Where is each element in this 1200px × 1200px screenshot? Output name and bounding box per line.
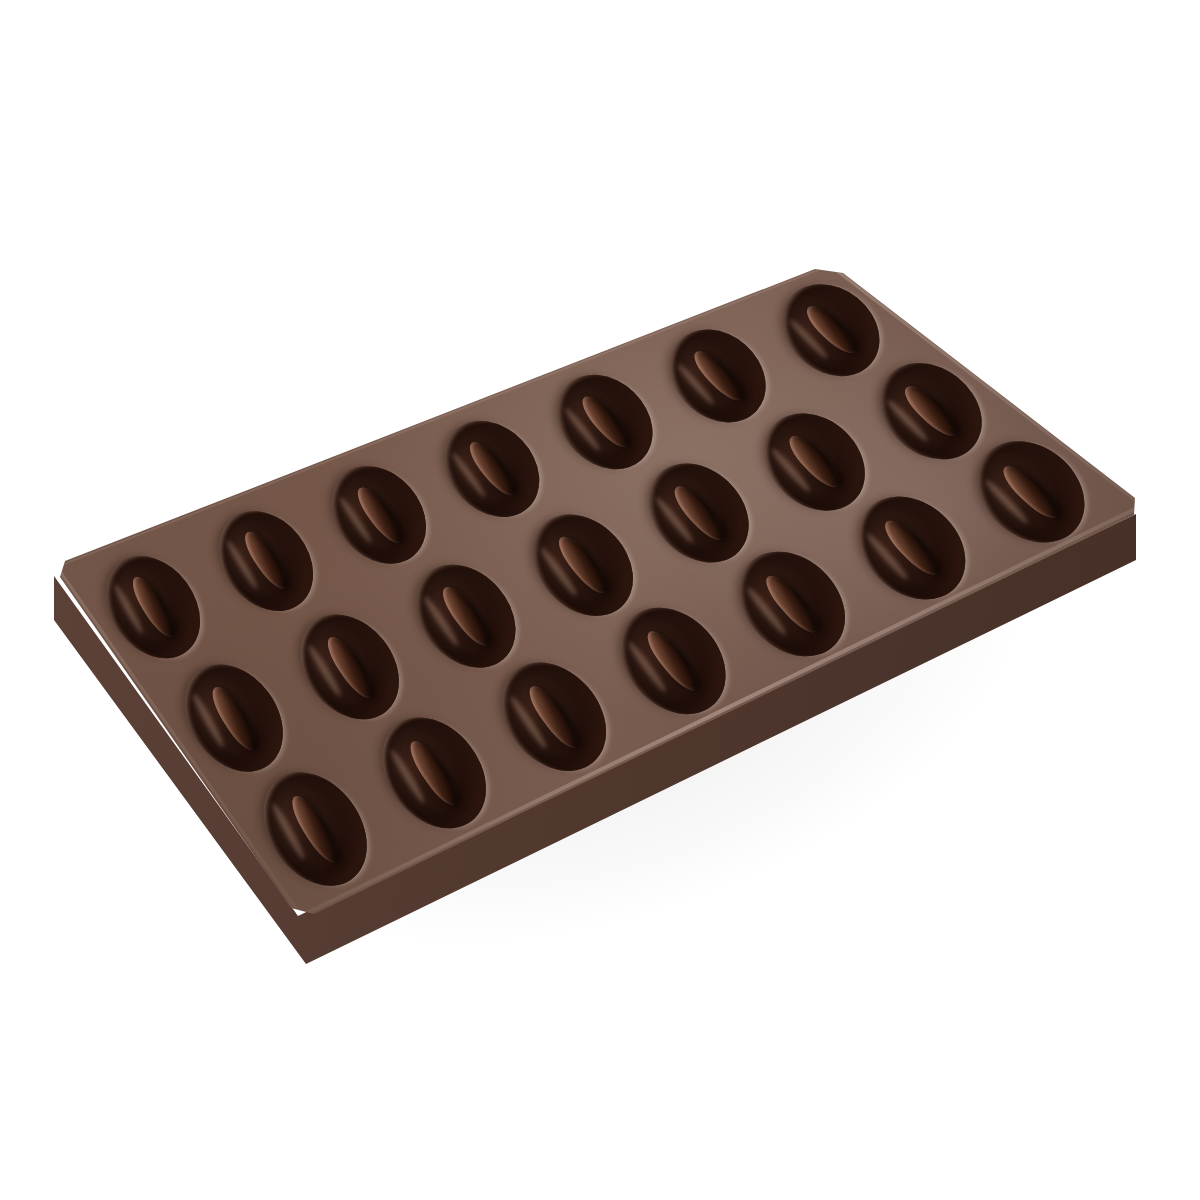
cavity-r2c5 <box>629 444 769 583</box>
cavity-r3c4 <box>600 586 747 734</box>
cavity-r1c3 <box>313 447 446 582</box>
cavity-r3c5 <box>719 531 866 677</box>
cavity-r2c3 <box>397 544 537 687</box>
cavity-r1c4 <box>425 401 558 535</box>
cavity-r2c2 <box>281 595 420 739</box>
cavity-r1c6 <box>651 311 784 442</box>
cavity-r1c7 <box>764 265 897 395</box>
cavity-r1c5 <box>538 356 671 489</box>
cavity-r2c4 <box>513 494 653 635</box>
photo-stage: orion 6 <box>0 0 1200 1200</box>
cavity-r1c2 <box>200 492 333 629</box>
cavity-r2c6 <box>745 393 885 531</box>
